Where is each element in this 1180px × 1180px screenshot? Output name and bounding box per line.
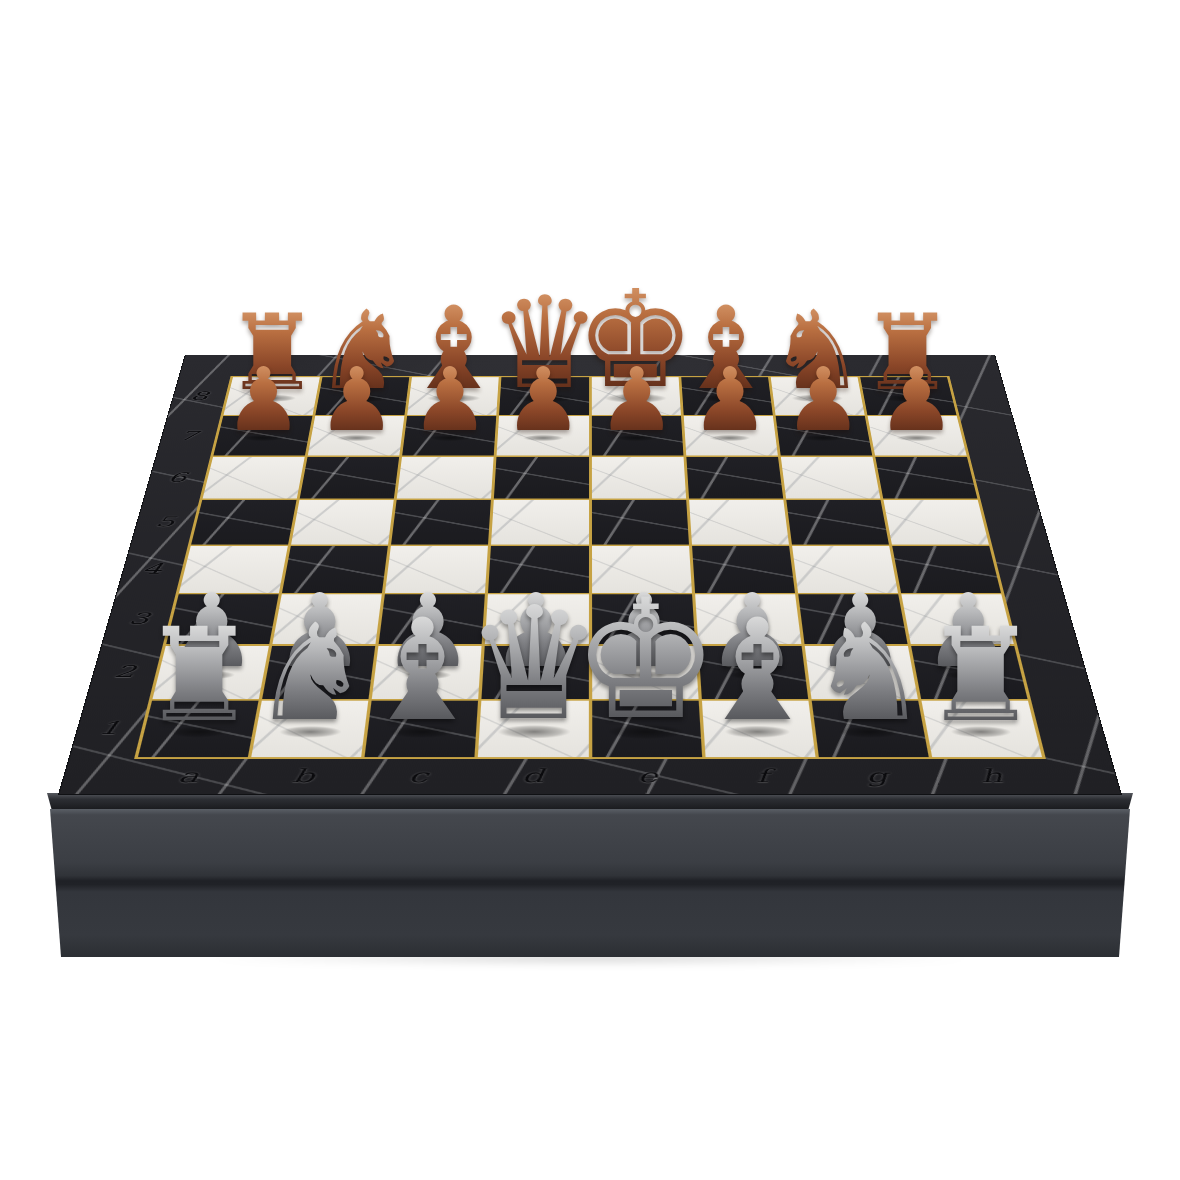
square-g4 bbox=[792, 546, 898, 593]
square-a6 bbox=[203, 457, 305, 499]
rank-label-7: 7 bbox=[178, 429, 199, 441]
piece-shadow-f7 bbox=[703, 434, 758, 442]
piece-shadow-g7 bbox=[796, 434, 852, 442]
file-label-d: d bbox=[521, 767, 544, 785]
piece-shadow-d8 bbox=[505, 392, 584, 404]
piece-shadow-d7 bbox=[516, 434, 571, 442]
chess-board: abcdefgh12345678 bbox=[58, 355, 1122, 795]
chess-set-product-photo: abcdefgh12345678 ♜♞♝♛♚♝♞♜♟♟♟♟♟♟♟♟♟♟♟♟♟♟♟… bbox=[0, 0, 1180, 1180]
piece-shadow-c8 bbox=[418, 393, 490, 404]
piece-shadow-f8 bbox=[691, 393, 763, 404]
square-d3 bbox=[485, 594, 588, 644]
piece-shadow-d2 bbox=[504, 669, 567, 680]
square-c4 bbox=[385, 546, 488, 593]
piece-shadow-e2 bbox=[613, 669, 676, 680]
square-d5 bbox=[491, 500, 588, 544]
square-h6 bbox=[875, 457, 977, 499]
file-label-b: b bbox=[291, 767, 316, 785]
square-b3 bbox=[273, 594, 382, 644]
rank-label-8: 8 bbox=[189, 390, 209, 402]
piece-shadow-b2 bbox=[287, 669, 352, 680]
piece-shadow-a8 bbox=[238, 393, 305, 403]
square-c3 bbox=[379, 594, 485, 644]
square-f3 bbox=[695, 594, 801, 644]
square-b5 bbox=[291, 500, 394, 544]
file-label-g: g bbox=[864, 767, 889, 785]
piece-shadow-h2 bbox=[936, 669, 1002, 680]
square-d4 bbox=[488, 546, 588, 593]
file-label-c: c bbox=[408, 767, 429, 785]
square-g3 bbox=[798, 594, 907, 644]
piece-shadow-f2 bbox=[721, 669, 785, 680]
piece-shadow-c2 bbox=[395, 669, 459, 680]
piece-shadow-f1 bbox=[714, 724, 803, 740]
rank-label-3: 3 bbox=[127, 611, 151, 626]
piece-shadow-h1 bbox=[940, 725, 1024, 740]
square-e3 bbox=[592, 594, 695, 644]
square-a3 bbox=[166, 594, 279, 644]
square-g5 bbox=[786, 500, 889, 544]
piece-shadow-e8 bbox=[594, 392, 678, 405]
file-label-h: h bbox=[978, 767, 1004, 785]
file-label-f: f bbox=[755, 767, 769, 785]
file-label-e: e bbox=[637, 767, 658, 785]
piece-shadow-h8 bbox=[875, 393, 942, 403]
square-e6 bbox=[591, 457, 685, 499]
square-f6 bbox=[686, 457, 783, 499]
piece-shadow-e1 bbox=[595, 722, 698, 741]
square-g6 bbox=[781, 457, 881, 499]
square-h4 bbox=[892, 546, 1001, 593]
piece-shadow-h7 bbox=[889, 434, 945, 442]
square-e5 bbox=[591, 500, 688, 544]
square-c5 bbox=[391, 500, 491, 544]
rank-label-1: 1 bbox=[96, 720, 122, 738]
piece-shadow-c7 bbox=[422, 434, 477, 442]
square-b4 bbox=[282, 546, 388, 593]
square-h3 bbox=[901, 594, 1014, 644]
piece-shadow-a1 bbox=[157, 725, 241, 740]
rank-label-5: 5 bbox=[154, 515, 177, 529]
file-label-a: a bbox=[176, 767, 201, 785]
rank-label-6: 6 bbox=[166, 471, 188, 484]
rank-label-2: 2 bbox=[112, 664, 137, 680]
square-b6 bbox=[300, 457, 400, 499]
board-scene: abcdefgh12345678 bbox=[130, 85, 1050, 1005]
square-f5 bbox=[689, 500, 789, 544]
piece-shadow-e7 bbox=[609, 434, 664, 442]
square-a4 bbox=[179, 546, 288, 593]
square-f4 bbox=[692, 546, 795, 593]
square-a5 bbox=[191, 500, 296, 544]
square-e4 bbox=[592, 546, 692, 593]
square-h5 bbox=[883, 500, 988, 544]
piece-shadow-c1 bbox=[378, 724, 467, 740]
piece-shadow-g2 bbox=[828, 669, 893, 680]
rank-label-4: 4 bbox=[141, 562, 164, 577]
square-c6 bbox=[397, 457, 494, 499]
square-d6 bbox=[494, 457, 588, 499]
piece-shadow-b7 bbox=[329, 434, 385, 442]
piece-shadow-d1 bbox=[485, 723, 583, 741]
